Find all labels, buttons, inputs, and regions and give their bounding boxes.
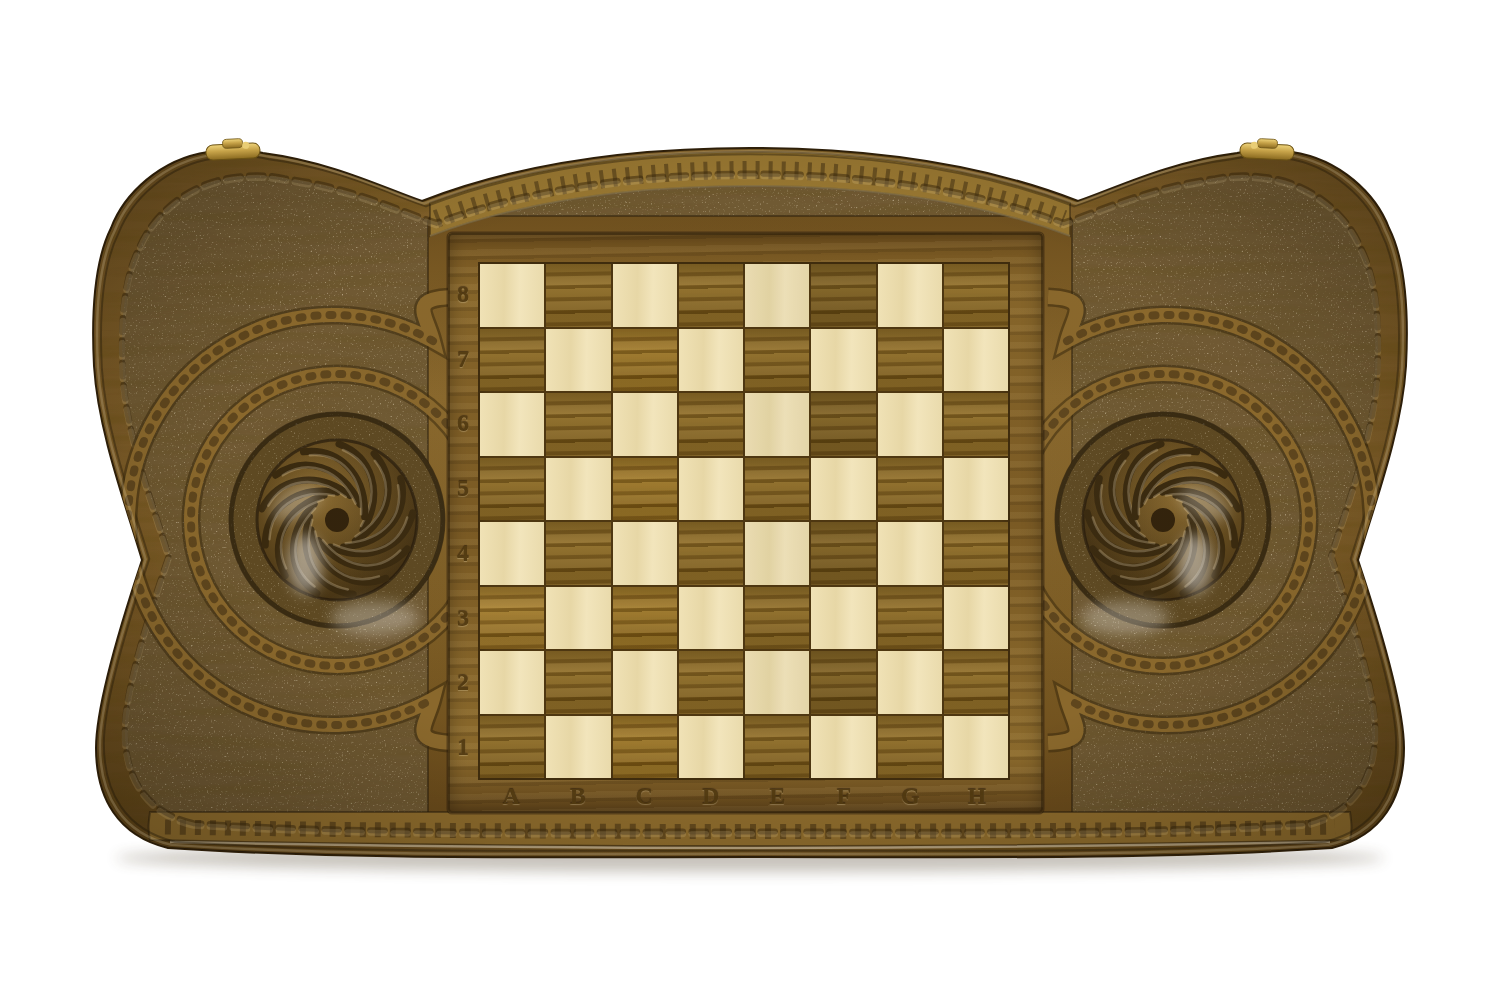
board-square[interactable]	[613, 264, 677, 327]
board-square[interactable]	[944, 716, 1008, 779]
rank-label: 6	[448, 392, 478, 457]
board-square[interactable]	[480, 329, 544, 392]
board-square[interactable]	[944, 522, 1008, 585]
file-label: E	[744, 780, 811, 813]
board-square[interactable]	[811, 329, 875, 392]
board-square[interactable]	[679, 587, 743, 650]
board-square[interactable]	[546, 393, 610, 456]
board-square[interactable]	[745, 522, 809, 585]
rank-label: 2	[448, 651, 478, 716]
file-label: F	[811, 780, 878, 813]
rank-label: 8	[448, 262, 478, 327]
board-square[interactable]	[745, 264, 809, 327]
file-label: A	[478, 780, 545, 813]
chess-board	[478, 262, 1010, 780]
board-square[interactable]	[480, 716, 544, 779]
board-square[interactable]	[546, 522, 610, 585]
rank-label: 7	[448, 327, 478, 392]
hinge-left-icon	[205, 138, 260, 161]
board-square[interactable]	[811, 393, 875, 456]
board-square[interactable]	[811, 264, 875, 327]
board-square[interactable]	[480, 651, 544, 714]
board-square[interactable]	[613, 522, 677, 585]
board-square[interactable]	[546, 264, 610, 327]
board-square[interactable]	[480, 587, 544, 650]
board-square[interactable]	[878, 522, 942, 585]
rank-label: 5	[448, 456, 478, 521]
board-square[interactable]	[944, 264, 1008, 327]
carved-wooden-chess-box: 87654321 ABCDEFGH	[0, 0, 1500, 1000]
rank-label: 3	[448, 586, 478, 651]
file-labels: ABCDEFGH	[478, 780, 1010, 813]
board-square[interactable]	[679, 522, 743, 585]
file-label: B	[545, 780, 612, 813]
board-square[interactable]	[679, 264, 743, 327]
rank-label: 4	[448, 521, 478, 586]
board-square[interactable]	[878, 393, 942, 456]
board-square[interactable]	[613, 716, 677, 779]
board-square[interactable]	[613, 587, 677, 650]
board-square[interactable]	[546, 329, 610, 392]
board-square[interactable]	[613, 393, 677, 456]
file-label: D	[678, 780, 745, 813]
board-square[interactable]	[613, 651, 677, 714]
file-label: H	[944, 780, 1011, 813]
board-square[interactable]	[878, 329, 942, 392]
board-square[interactable]	[944, 393, 1008, 456]
board-square[interactable]	[480, 393, 544, 456]
board-square[interactable]	[546, 458, 610, 521]
board-square[interactable]	[745, 651, 809, 714]
board-square[interactable]	[745, 393, 809, 456]
board-square[interactable]	[745, 716, 809, 779]
board-square[interactable]	[811, 587, 875, 650]
board-square[interactable]	[878, 651, 942, 714]
board-square[interactable]	[944, 329, 1008, 392]
board-square[interactable]	[811, 522, 875, 585]
board-square[interactable]	[546, 587, 610, 650]
board-square[interactable]	[679, 329, 743, 392]
board-square[interactable]	[613, 458, 677, 521]
board-square[interactable]	[878, 458, 942, 521]
board-square[interactable]	[679, 651, 743, 714]
board-square[interactable]	[546, 716, 610, 779]
board-square[interactable]	[679, 458, 743, 521]
board-square[interactable]	[878, 264, 942, 327]
board-square[interactable]	[679, 393, 743, 456]
file-label: G	[877, 780, 944, 813]
board-square[interactable]	[613, 329, 677, 392]
board-square[interactable]	[745, 329, 809, 392]
chess-board-frame: 87654321 ABCDEFGH	[448, 233, 1043, 813]
board-square[interactable]	[480, 264, 544, 327]
rank-labels: 87654321	[448, 262, 478, 780]
board-square[interactable]	[480, 522, 544, 585]
board-square[interactable]	[546, 651, 610, 714]
board-square[interactable]	[745, 458, 809, 521]
board-square[interactable]	[811, 458, 875, 521]
board-square[interactable]	[811, 651, 875, 714]
board-square[interactable]	[944, 651, 1008, 714]
board-square[interactable]	[679, 716, 743, 779]
board-square[interactable]	[745, 587, 809, 650]
board-square[interactable]	[944, 587, 1008, 650]
hinge-right-icon	[1240, 138, 1295, 161]
board-square[interactable]	[811, 716, 875, 779]
board-square[interactable]	[480, 458, 544, 521]
rank-label: 1	[448, 715, 478, 780]
board-square[interactable]	[944, 458, 1008, 521]
board-square[interactable]	[878, 716, 942, 779]
file-label: C	[611, 780, 678, 813]
board-square[interactable]	[878, 587, 942, 650]
